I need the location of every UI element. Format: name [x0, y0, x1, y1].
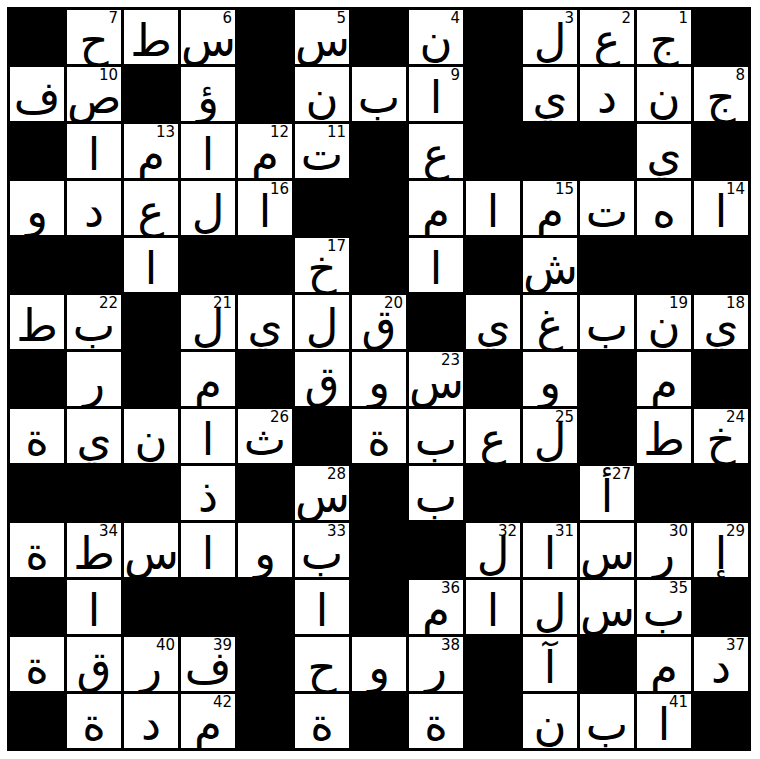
letter-cell[interactable]: ة [10, 523, 64, 577]
black-cell [694, 694, 748, 748]
letter-cell[interactable]: ف [10, 67, 64, 121]
cell-letter: ا [466, 588, 520, 633]
letter-cell[interactable]: د [124, 694, 178, 748]
cell-letter: د [67, 189, 121, 234]
letter-cell[interactable]: ع [466, 409, 520, 463]
cell-letter: ط [10, 303, 64, 348]
cell-letter: ي [466, 303, 520, 348]
black-cell [124, 580, 178, 634]
black-cell [523, 124, 577, 178]
clue-number: 40 [156, 638, 175, 653]
letter-cell[interactable]: ع [124, 181, 178, 235]
cell-letter: ي [637, 132, 691, 177]
letter-cell[interactable]: ش [523, 238, 577, 292]
letter-cell[interactable]: 32ل [466, 523, 520, 577]
clue-number: 4 [450, 11, 460, 26]
cell-letter: ق [295, 360, 349, 405]
letter-cell[interactable]: و [352, 637, 406, 691]
black-cell [352, 523, 406, 577]
black-cell [466, 124, 520, 178]
letter-cell[interactable]: 26ث [238, 409, 292, 463]
clue-number: 33 [327, 524, 346, 539]
cell-letter: ب [352, 75, 406, 120]
letter-cell[interactable]: س [124, 523, 178, 577]
clue-number: 8 [735, 68, 745, 83]
letter-cell[interactable]: ا [181, 124, 235, 178]
letter-cell[interactable]: م [637, 637, 691, 691]
cell-letter: م [637, 360, 691, 405]
clue-number: 41 [669, 695, 688, 710]
black-cell [694, 352, 748, 406]
cell-letter: ا [67, 132, 121, 177]
letter-cell[interactable]: 9ا [409, 67, 463, 121]
letter-cell[interactable]: 6س [181, 10, 235, 64]
black-cell [637, 238, 691, 292]
clue-number: 7 [108, 11, 118, 26]
letter-cell[interactable]: ا [409, 238, 463, 292]
letter-cell[interactable]: ا [466, 181, 520, 235]
clue-number: 22 [99, 296, 118, 311]
letter-cell[interactable]: ؤ [181, 67, 235, 121]
clue-number: 24 [726, 410, 745, 425]
cell-letter: آ [523, 645, 577, 690]
black-cell [466, 352, 520, 406]
clue-number: 17 [327, 239, 346, 254]
black-cell [694, 238, 748, 292]
letter-cell[interactable]: غ [523, 295, 577, 349]
letter-cell[interactable]: ي [637, 124, 691, 178]
letter-cell[interactable]: ق [295, 352, 349, 406]
clue-number: 6 [222, 11, 232, 26]
cell-letter: ب [580, 702, 634, 747]
letter-cell[interactable]: ا [466, 580, 520, 634]
clue-number: 32 [498, 524, 517, 539]
cell-letter: ا [124, 246, 178, 291]
cell-letter: ف [10, 75, 64, 120]
black-cell [466, 694, 520, 748]
letter-cell[interactable]: 28س [295, 466, 349, 520]
black-cell [694, 580, 748, 634]
letter-cell[interactable]: ا [67, 124, 121, 178]
black-cell [694, 10, 748, 64]
black-cell [67, 238, 121, 292]
cell-letter: ع [409, 132, 463, 177]
letter-cell[interactable]: ن [637, 67, 691, 121]
cell-letter: ط [637, 417, 691, 462]
cell-letter: ب [409, 474, 463, 519]
letter-cell[interactable]: ع [409, 124, 463, 178]
black-cell [580, 124, 634, 178]
clue-number: 23 [441, 353, 460, 368]
letter-cell[interactable]: 23س [409, 352, 463, 406]
black-cell [10, 10, 64, 64]
black-cell [409, 523, 463, 577]
black-cell [238, 10, 292, 64]
black-cell [352, 694, 406, 748]
letter-cell[interactable]: 33ب [295, 523, 349, 577]
cell-letter: و [523, 360, 577, 405]
clue-number: 19 [669, 296, 688, 311]
cell-letter: ة [10, 531, 64, 576]
black-cell [466, 637, 520, 691]
letter-cell[interactable]: 35ب [637, 580, 691, 634]
cell-letter: ر [67, 360, 121, 405]
letter-cell[interactable]: ت [580, 181, 634, 235]
clue-number: 16 [270, 182, 289, 197]
cell-letter: ل [295, 303, 349, 348]
clue-number: 3 [564, 11, 574, 26]
letter-cell[interactable]: 31ا [523, 523, 577, 577]
black-cell [352, 580, 406, 634]
letter-cell[interactable]: 14ا [694, 181, 748, 235]
black-cell [124, 67, 178, 121]
letter-cell[interactable]: 41ا [637, 694, 691, 748]
letter-cell[interactable]: 16ا [238, 181, 292, 235]
cell-letter: ة [67, 702, 121, 747]
cell-letter: ه [637, 189, 691, 234]
clue-number: 37 [726, 638, 745, 653]
letter-cell[interactable]: 17خ [295, 238, 349, 292]
clue-number: 38 [441, 638, 460, 653]
cell-letter: س [580, 588, 634, 633]
black-cell [694, 466, 748, 520]
cell-letter: ط [124, 18, 178, 63]
clue-number: 18 [726, 296, 745, 311]
cell-letter: و [238, 531, 292, 576]
black-cell [124, 352, 178, 406]
cell-letter: ا [181, 531, 235, 576]
letter-cell[interactable]: 18ي [694, 295, 748, 349]
clue-number: 36 [441, 581, 460, 596]
cell-letter: ن [124, 417, 178, 462]
black-cell [466, 10, 520, 64]
letter-cell[interactable]: ب [409, 409, 463, 463]
clue-number: 26 [270, 410, 289, 425]
letter-cell[interactable]: 39ف [181, 637, 235, 691]
black-cell [10, 466, 64, 520]
letter-cell[interactable]: ل [295, 295, 349, 349]
letter-cell[interactable]: 4ن [409, 10, 463, 64]
cell-letter: ة [10, 645, 64, 690]
cell-letter: ع [466, 417, 520, 462]
letter-cell[interactable]: ب [580, 694, 634, 748]
black-cell [10, 580, 64, 634]
black-cell [238, 67, 292, 121]
letter-cell[interactable]: ا [295, 580, 349, 634]
letter-cell[interactable]: آ [523, 637, 577, 691]
cell-letter: ذ [181, 474, 235, 519]
letter-cell[interactable]: ة [409, 694, 463, 748]
black-cell [523, 466, 577, 520]
black-cell [466, 67, 520, 121]
letter-cell[interactable]: ر [67, 352, 121, 406]
black-cell [67, 466, 121, 520]
letter-cell[interactable]: ل [523, 580, 577, 634]
letter-cell[interactable]: ذ [181, 466, 235, 520]
cell-letter: م [181, 360, 235, 405]
black-cell [238, 466, 292, 520]
letter-cell[interactable]: 11ت [295, 124, 349, 178]
black-cell [124, 295, 178, 349]
letter-cell[interactable]: 24خ [694, 409, 748, 463]
letter-cell[interactable]: ا [124, 238, 178, 292]
letter-cell[interactable]: 5س [295, 10, 349, 64]
letter-cell[interactable]: 38ر [409, 637, 463, 691]
letter-cell[interactable]: ا [67, 580, 121, 634]
black-cell [238, 238, 292, 292]
cell-letter: ا [67, 588, 121, 633]
letter-cell[interactable]: 8ج [694, 67, 748, 121]
letter-cell[interactable]: 19ن [637, 295, 691, 349]
cell-letter: ش [523, 246, 577, 291]
letter-cell[interactable]: 3ل [523, 10, 577, 64]
black-cell [238, 637, 292, 691]
letter-cell[interactable]: و [10, 181, 64, 235]
clue-number: 15 [555, 182, 574, 197]
letter-cell[interactable]: س [580, 523, 634, 577]
letter-cell[interactable]: ة [295, 694, 349, 748]
black-cell [181, 580, 235, 634]
letter-cell[interactable]: و [238, 523, 292, 577]
black-cell [580, 238, 634, 292]
clue-number: 12 [270, 125, 289, 140]
letter-cell[interactable]: 21ل [181, 295, 235, 349]
letter-cell[interactable]: م [409, 181, 463, 235]
black-cell [580, 409, 634, 463]
clue-number: 27 [612, 467, 631, 482]
letter-cell[interactable]: و [352, 352, 406, 406]
cell-letter: ا [181, 417, 235, 462]
cell-letter: ب [580, 303, 634, 348]
clue-number: 9 [450, 68, 460, 83]
black-cell [580, 352, 634, 406]
cell-letter: ي [67, 417, 121, 462]
cell-letter: ن [295, 75, 349, 120]
cell-letter: ع [124, 189, 178, 234]
letter-cell[interactable]: ط [124, 10, 178, 64]
clue-number: 39 [213, 638, 232, 653]
clue-number: 34 [99, 524, 118, 539]
cell-letter: ي [238, 303, 292, 348]
clue-number: 30 [669, 524, 688, 539]
letter-cell[interactable]: ط [10, 295, 64, 349]
letter-cell[interactable]: 20ق [352, 295, 406, 349]
letter-cell[interactable]: 2ع [580, 10, 634, 64]
cell-letter: ا [181, 132, 235, 177]
cell-letter: غ [523, 303, 577, 348]
cell-letter: ن [523, 702, 577, 747]
cell-letter: ة [295, 702, 349, 747]
clue-number: 11 [327, 125, 346, 140]
black-cell [352, 466, 406, 520]
letter-cell[interactable]: ط [637, 409, 691, 463]
clue-number: 29 [726, 524, 745, 539]
clue-number: 20 [384, 296, 403, 311]
letter-cell[interactable]: 15م [523, 181, 577, 235]
letter-cell[interactable]: د [67, 181, 121, 235]
cell-letter: ا [466, 189, 520, 234]
black-cell [10, 124, 64, 178]
cell-letter: ة [352, 417, 406, 462]
clue-number: 21 [213, 296, 232, 311]
black-cell [409, 295, 463, 349]
letter-cell[interactable]: د [580, 67, 634, 121]
cell-letter: ب [409, 417, 463, 462]
black-cell [637, 466, 691, 520]
cell-letter: ت [580, 189, 634, 234]
clue-number: 5 [336, 11, 346, 26]
clue-number: 25 [555, 410, 574, 425]
letter-cell[interactable]: 37د [694, 637, 748, 691]
cell-letter: ا [295, 588, 349, 633]
cell-letter: ن [637, 75, 691, 120]
cell-letter: ؤ [181, 75, 235, 120]
letter-cell[interactable]: ا [181, 409, 235, 463]
black-cell [181, 238, 235, 292]
clue-number: 28 [327, 467, 346, 482]
cell-letter: ة [10, 417, 64, 462]
letter-cell[interactable]: ي [523, 67, 577, 121]
black-cell [10, 694, 64, 748]
cell-letter: د [124, 702, 178, 747]
black-cell [10, 352, 64, 406]
black-cell [352, 181, 406, 235]
letter-cell[interactable]: ه [637, 181, 691, 235]
letter-cell[interactable]: 25ل [523, 409, 577, 463]
letter-cell[interactable]: ة [10, 409, 64, 463]
clue-number: 10 [99, 68, 118, 83]
cell-letter: ا [409, 246, 463, 291]
clue-number: 42 [213, 695, 232, 710]
cell-letter: ق [67, 645, 121, 690]
clue-number: 2 [621, 11, 631, 26]
letter-cell[interactable]: 12م [238, 124, 292, 178]
black-cell [238, 694, 292, 748]
crossword-grid: 7حط6س5س4ن3ل2ع1جف10صؤنب9ايدن8جا13ما12م11ت… [7, 7, 751, 751]
letter-cell[interactable]: ب [352, 67, 406, 121]
letter-cell[interactable]: م [181, 352, 235, 406]
letter-cell[interactable]: 36م [409, 580, 463, 634]
clue-number: 13 [156, 125, 175, 140]
cell-letter: ل [523, 588, 577, 633]
cell-letter: ح [295, 645, 349, 690]
letter-cell[interactable]: 34ط [67, 523, 121, 577]
cell-letter: د [580, 75, 634, 120]
black-cell [352, 10, 406, 64]
cell-letter: م [409, 189, 463, 234]
black-cell [295, 181, 349, 235]
clue-number: 14 [726, 182, 745, 197]
letter-cell[interactable]: ن [124, 409, 178, 463]
cell-letter: و [352, 360, 406, 405]
letter-cell[interactable]: 27أ [580, 466, 634, 520]
black-cell [10, 238, 64, 292]
cell-letter: س [580, 531, 634, 576]
letter-cell[interactable]: س [580, 580, 634, 634]
letter-cell[interactable]: ن [523, 694, 577, 748]
letter-cell[interactable]: ي [238, 295, 292, 349]
black-cell [694, 124, 748, 178]
letter-cell[interactable]: ا [181, 523, 235, 577]
cell-letter: ي [523, 75, 577, 120]
black-cell [238, 352, 292, 406]
black-cell [466, 238, 520, 292]
cell-letter: س [124, 531, 178, 576]
cell-letter: و [352, 645, 406, 690]
letter-cell[interactable]: ق [67, 637, 121, 691]
letter-cell[interactable]: 10ص [67, 67, 121, 121]
cell-letter: و [10, 189, 64, 234]
letter-cell[interactable]: ب [580, 295, 634, 349]
black-cell [352, 124, 406, 178]
letter-cell[interactable]: ة [10, 637, 64, 691]
letter-cell[interactable]: 42م [181, 694, 235, 748]
letter-cell[interactable]: ة [67, 694, 121, 748]
cell-letter: ل [181, 189, 235, 234]
clue-number: 31 [555, 524, 574, 539]
letter-cell[interactable]: م [637, 352, 691, 406]
clue-number: 35 [669, 581, 688, 596]
letter-cell[interactable]: ل [181, 181, 235, 235]
letter-cell[interactable]: 13م [124, 124, 178, 178]
letter-cell[interactable]: و [523, 352, 577, 406]
black-cell [352, 238, 406, 292]
black-cell [124, 466, 178, 520]
black-cell [295, 409, 349, 463]
letter-cell[interactable]: 30ر [637, 523, 691, 577]
letter-cell[interactable]: ي [67, 409, 121, 463]
black-cell [466, 466, 520, 520]
letter-cell[interactable]: 1ج [637, 10, 691, 64]
cell-letter: م [637, 645, 691, 690]
black-cell [238, 580, 292, 634]
letter-cell[interactable]: 29إ [694, 523, 748, 577]
clue-number: 1 [678, 11, 688, 26]
cell-letter: ة [409, 702, 463, 747]
letter-cell[interactable]: ة [352, 409, 406, 463]
letter-cell[interactable]: ي [466, 295, 520, 349]
letter-cell[interactable]: 40ر [124, 637, 178, 691]
letter-cell[interactable]: 7ح [67, 10, 121, 64]
letter-cell[interactable]: ح [295, 637, 349, 691]
letter-cell[interactable]: 22ب [67, 295, 121, 349]
letter-cell[interactable]: ب [409, 466, 463, 520]
crossword-page: { "game": "crossword", "variant": "arabi… [0, 0, 760, 759]
letter-cell[interactable]: ن [295, 67, 349, 121]
black-cell [580, 637, 634, 691]
